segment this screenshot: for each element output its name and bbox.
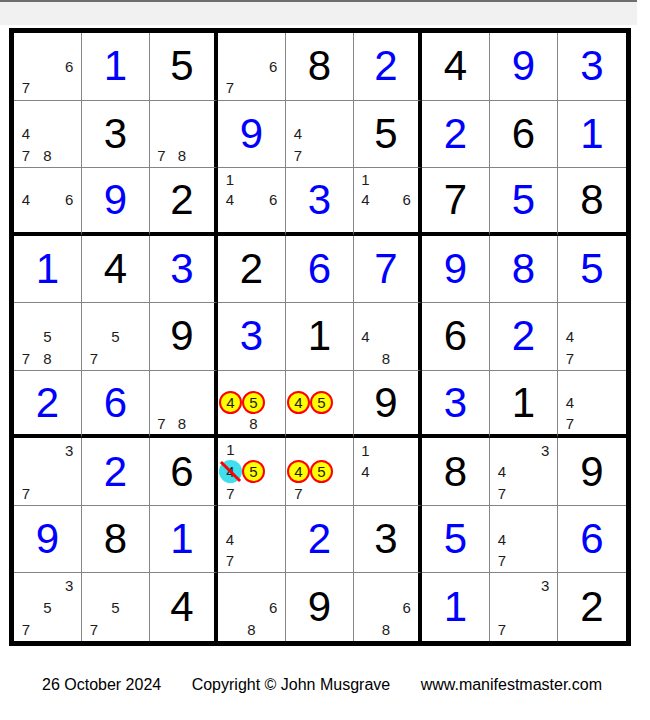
cell-r1c8[interactable]: 9 xyxy=(490,33,558,101)
solved-digit: 1 xyxy=(104,45,127,87)
pencil-mark: 7 xyxy=(491,550,513,572)
pencil-mark: 1 xyxy=(355,169,376,190)
solved-digit: 1 xyxy=(444,586,467,628)
solved-digit: 2 xyxy=(308,518,331,560)
pencil-mark: 7 xyxy=(151,145,172,167)
solved-digit: 5 xyxy=(444,518,467,560)
cell-r8c2[interactable]: 8 xyxy=(82,506,150,574)
cell-r9c8[interactable]: 37 xyxy=(490,573,558,641)
cell-r8c6[interactable]: 3 xyxy=(354,506,422,574)
pencil-mark: 7 xyxy=(15,77,37,99)
pencil-marks: 47 xyxy=(219,507,284,572)
pencil-mark: 6 xyxy=(58,56,80,78)
pencil-marks: 37 xyxy=(491,574,556,640)
pencil-mark: 7 xyxy=(559,347,581,369)
cell-r9c1[interactable]: 357 xyxy=(14,573,82,641)
pencil-mark: 6 xyxy=(58,190,80,211)
window-top-bar xyxy=(0,0,637,25)
pencil-mark: 4 xyxy=(355,190,376,211)
pencil-mark: 4 xyxy=(287,123,309,145)
pencil-marks: 78 xyxy=(151,372,213,434)
pencil-mark: 8 xyxy=(172,145,193,167)
cell-r6c8[interactable]: 1 xyxy=(490,371,558,439)
pencil-marks: 47 xyxy=(491,507,556,572)
pencil-marks: 146 xyxy=(219,169,284,231)
pencil-marks: 47 xyxy=(287,102,352,167)
cell-r1c7[interactable]: 4 xyxy=(422,33,490,101)
cell-r7c2[interactable]: 2 xyxy=(82,438,150,506)
cell-r5c4[interactable]: 3 xyxy=(218,303,286,371)
solved-digit: 7 xyxy=(374,248,397,290)
highlighted-candidate: 4 xyxy=(219,391,242,414)
highlighted-candidate: 5 xyxy=(242,391,265,414)
cell-r9c5[interactable]: 9 xyxy=(286,573,354,641)
given-digit: 9 xyxy=(374,382,397,424)
cell-r2c3[interactable]: 78 xyxy=(150,101,218,169)
cell-r6c1[interactable]: 2 xyxy=(14,371,82,439)
given-digit: 6 xyxy=(512,113,535,155)
cell-r9c9[interactable]: 2 xyxy=(558,573,626,641)
sudoku-board: 6715678249347837894752614692146314675814… xyxy=(9,28,631,646)
cell-r1c5[interactable]: 8 xyxy=(286,33,354,101)
cell-r2c1[interactable]: 478 xyxy=(14,101,82,169)
cell-r1c2[interactable]: 1 xyxy=(82,33,150,101)
cell-r2c4[interactable]: 9 xyxy=(218,101,286,169)
pencil-mark: 4 xyxy=(355,326,376,348)
elimination-strike xyxy=(220,461,241,482)
cell-r4c3[interactable]: 3 xyxy=(150,236,218,304)
pencil-marks: 68 xyxy=(219,574,284,640)
pencil-mark: 7 xyxy=(287,483,310,504)
solved-digit: 9 xyxy=(104,179,127,221)
cell-r4c6[interactable]: 7 xyxy=(354,236,422,304)
cell-r6c4[interactable]: 458 xyxy=(218,371,286,439)
pencil-mark: 1 xyxy=(355,439,376,461)
solved-digit: 6 xyxy=(308,248,331,290)
given-digit: 5 xyxy=(170,45,193,87)
pencil-mark: 7 xyxy=(219,77,241,99)
pencil-mark: 4 xyxy=(15,190,37,211)
pencil-mark: 4 xyxy=(15,123,37,145)
pencil-mark: 4 xyxy=(491,461,513,483)
pencil-mark: 7 xyxy=(151,413,172,434)
solved-digit: 5 xyxy=(512,179,535,221)
solved-digit: 3 xyxy=(240,315,263,357)
solved-digit: 2 xyxy=(374,45,397,87)
cell-r5c8[interactable]: 2 xyxy=(490,303,558,371)
given-digit: 6 xyxy=(170,451,193,493)
pencil-marks: 67 xyxy=(15,34,80,99)
cell-r3c2[interactable]: 9 xyxy=(82,168,150,236)
cell-r6c9[interactable]: 47 xyxy=(558,371,626,439)
cell-r7c8[interactable]: 347 xyxy=(490,438,558,506)
pencil-mark: 5 xyxy=(105,596,127,618)
pencil-mark: 7 xyxy=(491,482,513,504)
pencil-marks: 47 xyxy=(559,304,625,369)
pencil-mark: 4 xyxy=(219,528,241,550)
cell-r5c9[interactable]: 47 xyxy=(558,303,626,371)
solved-digit: 2 xyxy=(512,315,535,357)
solved-digit: 1 xyxy=(36,248,59,290)
cell-r7c3[interactable]: 6 xyxy=(150,438,218,506)
cell-r3c4[interactable]: 146 xyxy=(218,168,286,236)
cell-r1c4[interactable]: 67 xyxy=(218,33,286,101)
highlighted-candidate: 4 xyxy=(287,460,310,483)
solved-digit: 1 xyxy=(170,518,193,560)
solved-digit: 8 xyxy=(512,248,535,290)
pencil-mark: 3 xyxy=(58,439,80,461)
cell-r3c8[interactable]: 5 xyxy=(490,168,558,236)
pencil-marks: 47 xyxy=(559,372,625,434)
pencil-marks: 68 xyxy=(355,574,417,640)
cell-r7c6[interactable]: 14 xyxy=(354,438,422,506)
solved-digit: 2 xyxy=(444,113,467,155)
pencil-mark: 7 xyxy=(287,145,309,167)
cell-r3c5[interactable]: 3 xyxy=(286,168,354,236)
pencil-mark: 7 xyxy=(15,145,37,167)
pencil-mark: 4 xyxy=(355,461,376,483)
solved-digit: 3 xyxy=(170,248,193,290)
pencil-mark: 7 xyxy=(83,618,105,640)
given-digit: 9 xyxy=(170,315,193,357)
cell-r4c9[interactable]: 5 xyxy=(558,236,626,304)
pencil-mark: 7 xyxy=(219,550,241,572)
given-digit: 4 xyxy=(444,45,467,87)
solved-digit: 9 xyxy=(512,45,535,87)
given-digit: 9 xyxy=(580,451,603,493)
solved-digit: 2 xyxy=(104,451,127,493)
given-digit: 8 xyxy=(580,179,603,221)
pencil-mark: 5 xyxy=(37,326,59,348)
pencil-marks: 457 xyxy=(287,439,352,504)
highlighted-candidate: 5 xyxy=(310,391,333,414)
highlighted-candidate: 5 xyxy=(310,460,333,483)
cell-r3c3[interactable]: 2 xyxy=(150,168,218,236)
footer-date: 26 October 2024 xyxy=(42,676,161,693)
cell-r8c5[interactable]: 2 xyxy=(286,506,354,574)
pencil-mark: 4 xyxy=(491,528,513,550)
solved-digit: 6 xyxy=(580,518,603,560)
pencil-marks: 57 xyxy=(83,574,148,640)
given-digit: 5 xyxy=(374,113,397,155)
pencil-mark: 7 xyxy=(15,347,37,369)
pencil-mark: 6 xyxy=(262,190,284,211)
cell-r5c7[interactable]: 6 xyxy=(422,303,490,371)
cell-r9c6[interactable]: 68 xyxy=(354,573,422,641)
pencil-marks: 146 xyxy=(355,169,417,231)
pencil-marks: 458 xyxy=(219,372,284,434)
solved-digit: 6 xyxy=(104,382,127,424)
cell-r3c6[interactable]: 146 xyxy=(354,168,422,236)
solved-digit: 9 xyxy=(240,113,263,155)
footer: 26 October 2024 Copyright © John Musgrav… xyxy=(42,676,602,694)
cell-r3c9[interactable]: 8 xyxy=(558,168,626,236)
cell-r6c3[interactable]: 78 xyxy=(150,371,218,439)
cell-r7c4[interactable]: 1457 xyxy=(218,438,286,506)
footer-copyright: Copyright © John Musgrave xyxy=(192,676,391,693)
cell-r4c5[interactable]: 6 xyxy=(286,236,354,304)
cell-r9c7[interactable]: 1 xyxy=(422,573,490,641)
given-digit: 8 xyxy=(104,518,127,560)
cell-r5c3[interactable]: 9 xyxy=(150,303,218,371)
pencil-mark: 8 xyxy=(37,145,59,167)
given-digit: 2 xyxy=(240,248,263,290)
pencil-mark: 8 xyxy=(241,618,263,640)
pencil-mark: 4 xyxy=(559,326,581,348)
pencil-marks: 578 xyxy=(15,304,80,369)
cell-r1c6[interactable]: 2 xyxy=(354,33,422,101)
cell-r5c5[interactable]: 1 xyxy=(286,303,354,371)
given-digit: 1 xyxy=(512,382,535,424)
cell-r9c3[interactable]: 4 xyxy=(150,573,218,641)
cell-r8c7[interactable]: 5 xyxy=(422,506,490,574)
given-digit: 9 xyxy=(308,586,331,628)
pencil-mark: 7 xyxy=(491,618,513,640)
cell-r4c1[interactable]: 1 xyxy=(14,236,82,304)
solved-digit: 3 xyxy=(580,45,603,87)
cell-r2c8[interactable]: 6 xyxy=(490,101,558,169)
pencil-mark: 1 xyxy=(219,169,241,190)
pencil-mark: 1 xyxy=(219,439,242,460)
given-digit: 4 xyxy=(170,586,193,628)
pencil-mark: 8 xyxy=(37,347,59,369)
cell-r5c2[interactable]: 57 xyxy=(82,303,150,371)
cell-r5c1[interactable]: 578 xyxy=(14,303,82,371)
pencil-mark: 8 xyxy=(242,414,265,433)
cell-r1c1[interactable]: 67 xyxy=(14,33,82,101)
pencil-mark: 7 xyxy=(219,483,242,504)
pencil-mark: 6 xyxy=(262,56,284,78)
cell-r6c6[interactable]: 9 xyxy=(354,371,422,439)
solved-digit: 5 xyxy=(580,248,603,290)
pencil-mark: 8 xyxy=(172,413,193,434)
cell-r6c2[interactable]: 6 xyxy=(82,371,150,439)
cell-r1c3[interactable]: 5 xyxy=(150,33,218,101)
pencil-marks: 48 xyxy=(355,304,417,369)
pencil-mark: 4 xyxy=(559,392,581,413)
cell-r8c8[interactable]: 47 xyxy=(490,506,558,574)
footer-website: www.manifestmaster.com xyxy=(421,676,602,693)
cell-r9c4[interactable]: 68 xyxy=(218,573,286,641)
pencil-marks: 67 xyxy=(219,34,284,99)
solved-digit: 3 xyxy=(308,179,331,221)
cell-r4c2[interactable]: 4 xyxy=(82,236,150,304)
eliminated-candidate: 4 xyxy=(219,460,242,483)
pencil-mark: 7 xyxy=(83,347,105,369)
pencil-marks: 14 xyxy=(355,439,417,504)
cell-r8c3[interactable]: 1 xyxy=(150,506,218,574)
solved-digit: 9 xyxy=(36,518,59,560)
cell-r4c8[interactable]: 8 xyxy=(490,236,558,304)
given-digit: 3 xyxy=(104,113,127,155)
solved-digit: 3 xyxy=(444,382,467,424)
cell-r2c5[interactable]: 47 xyxy=(286,101,354,169)
given-digit: 8 xyxy=(308,45,331,87)
pencil-marks: 57 xyxy=(83,304,148,369)
given-digit: 3 xyxy=(374,518,397,560)
solved-digit: 9 xyxy=(444,248,467,290)
given-digit: 2 xyxy=(170,179,193,221)
pencil-mark: 5 xyxy=(37,596,59,618)
solved-digit: 2 xyxy=(36,382,59,424)
pencil-marks: 45 xyxy=(287,372,352,434)
cell-r1c9[interactable]: 3 xyxy=(558,33,626,101)
cell-r2c2[interactable]: 3 xyxy=(82,101,150,169)
pencil-mark: 7 xyxy=(559,413,581,434)
pencil-mark: 8 xyxy=(376,347,397,369)
cell-r7c9[interactable]: 9 xyxy=(558,438,626,506)
cell-r2c9[interactable]: 1 xyxy=(558,101,626,169)
pencil-marks: 347 xyxy=(491,439,556,504)
pencil-mark: 3 xyxy=(534,439,556,461)
pencil-mark: 7 xyxy=(15,482,37,504)
given-digit: 2 xyxy=(580,586,603,628)
pencil-mark: 4 xyxy=(219,190,241,211)
cell-r6c7[interactable]: 3 xyxy=(422,371,490,439)
cell-r7c7[interactable]: 8 xyxy=(422,438,490,506)
pencil-mark: 8 xyxy=(376,618,397,640)
pencil-marks: 478 xyxy=(15,102,80,167)
pencil-mark: 7 xyxy=(15,618,37,640)
cell-r3c7[interactable]: 7 xyxy=(422,168,490,236)
pencil-marks: 357 xyxy=(15,574,80,640)
given-digit: 4 xyxy=(104,248,127,290)
cell-r7c1[interactable]: 37 xyxy=(14,438,82,506)
solved-digit: 1 xyxy=(580,113,603,155)
cell-r8c1[interactable]: 9 xyxy=(14,506,82,574)
pencil-mark: 6 xyxy=(396,190,417,211)
pencil-marks: 37 xyxy=(15,439,80,504)
pencil-mark: 3 xyxy=(58,574,80,596)
cell-r3c1[interactable]: 46 xyxy=(14,168,82,236)
highlighted-candidate: 5 xyxy=(242,460,265,483)
cell-r8c4[interactable]: 47 xyxy=(218,506,286,574)
cell-r4c7[interactable]: 9 xyxy=(422,236,490,304)
given-digit: 1 xyxy=(308,315,331,357)
pencil-mark: 6 xyxy=(262,596,284,618)
cell-r5c6[interactable]: 48 xyxy=(354,303,422,371)
cell-r6c5[interactable]: 45 xyxy=(286,371,354,439)
pencil-mark: 5 xyxy=(105,326,127,348)
pencil-marks: 78 xyxy=(151,102,213,167)
cell-r9c2[interactable]: 57 xyxy=(82,573,150,641)
given-digit: 6 xyxy=(444,315,467,357)
pencil-marks: 46 xyxy=(15,169,80,231)
pencil-mark: 6 xyxy=(396,596,417,618)
pencil-marks: 1457 xyxy=(219,439,284,504)
cell-r2c7[interactable]: 2 xyxy=(422,101,490,169)
cell-r8c9[interactable]: 6 xyxy=(558,506,626,574)
given-digit: 7 xyxy=(444,179,467,221)
cell-r7c5[interactable]: 457 xyxy=(286,438,354,506)
cell-r2c6[interactable]: 5 xyxy=(354,101,422,169)
pencil-mark: 3 xyxy=(534,574,556,596)
highlighted-candidate: 4 xyxy=(287,391,310,414)
given-digit: 8 xyxy=(444,451,467,493)
cell-r4c4[interactable]: 2 xyxy=(218,236,286,304)
